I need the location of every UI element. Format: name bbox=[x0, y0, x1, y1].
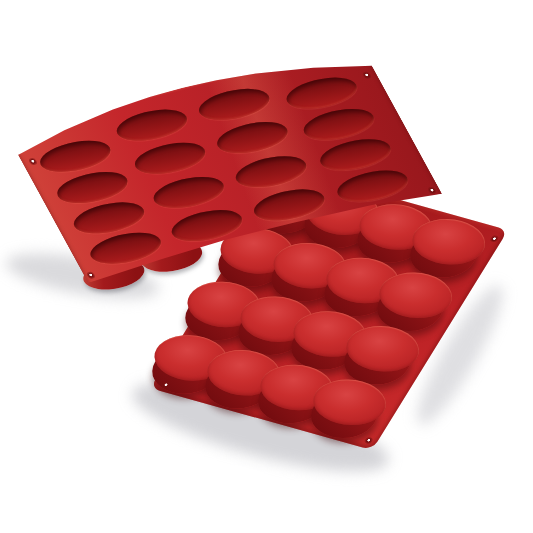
oval-cavity bbox=[193, 83, 276, 126]
oval-cavity bbox=[111, 104, 194, 147]
oval-cavity bbox=[248, 183, 331, 226]
oval-cavity bbox=[211, 116, 294, 159]
oval-cavity bbox=[229, 150, 312, 193]
oval-cavity bbox=[331, 165, 414, 208]
oval-cavity bbox=[165, 204, 248, 247]
oval-cavity bbox=[129, 137, 212, 180]
product-photo bbox=[0, 0, 533, 533]
oval-cavity bbox=[147, 171, 230, 214]
